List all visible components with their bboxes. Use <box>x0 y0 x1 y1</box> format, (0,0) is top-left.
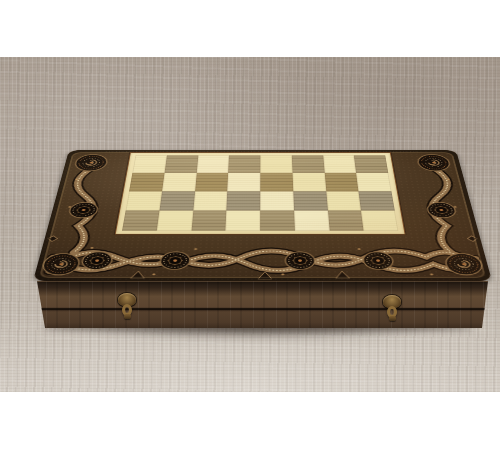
board-square <box>227 191 261 210</box>
left-clasp <box>116 293 138 325</box>
board-square <box>260 173 293 191</box>
board-square <box>228 155 260 172</box>
board-square <box>292 155 325 172</box>
board-square <box>193 191 228 210</box>
board-square <box>162 173 196 191</box>
board-square <box>195 173 229 191</box>
clasp-keeper <box>389 316 396 321</box>
board-square <box>327 210 363 230</box>
rosette <box>285 252 315 270</box>
box-lid <box>33 150 492 281</box>
board-square <box>260 155 292 172</box>
board-square <box>326 191 361 210</box>
board-square <box>359 191 395 210</box>
board-square <box>361 210 398 230</box>
board-square <box>323 155 356 172</box>
board-square <box>294 210 329 230</box>
letterbox-top <box>0 0 500 57</box>
board-square <box>260 210 295 230</box>
board-square <box>356 173 391 191</box>
board-square <box>226 210 261 230</box>
clasp-keeper <box>124 314 131 319</box>
right-clasp <box>381 295 403 327</box>
board-square <box>191 210 226 230</box>
chess-board <box>115 152 406 234</box>
board-grid <box>122 155 398 230</box>
board-square <box>132 155 166 172</box>
board-square <box>293 191 327 210</box>
board-square <box>129 173 164 191</box>
board-square <box>159 191 194 210</box>
board-square <box>260 191 294 210</box>
product-photo <box>0 0 500 450</box>
board-square <box>126 191 162 210</box>
board-square <box>196 155 229 172</box>
board-square <box>164 155 198 172</box>
board-square <box>292 173 326 191</box>
box-front-face <box>33 281 492 330</box>
board-square <box>122 210 159 230</box>
board-square <box>227 173 260 191</box>
letterbox-bottom <box>0 392 500 450</box>
lid-base-seam <box>33 308 492 310</box>
board-square <box>324 173 358 191</box>
board-square <box>157 210 193 230</box>
board-square <box>354 155 388 172</box>
